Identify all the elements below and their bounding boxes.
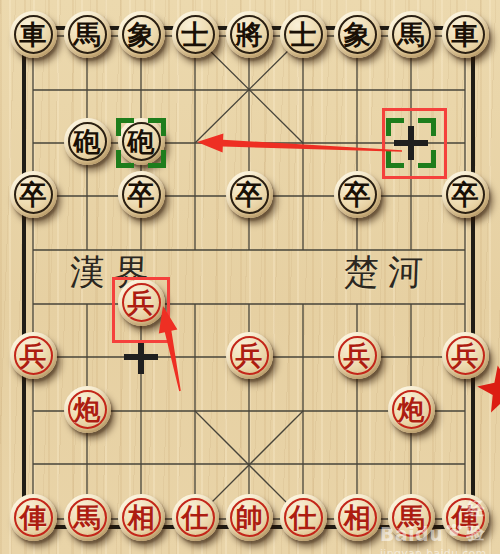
piece-glyph: 相 xyxy=(118,494,165,541)
piece-glyph: 士 xyxy=(280,11,327,58)
piece-black-卒[interactable]: 卒 xyxy=(226,171,273,218)
piece-glyph: 馬 xyxy=(388,11,435,58)
piece-ring xyxy=(68,15,107,54)
piece-ring xyxy=(392,15,431,54)
piece-ring xyxy=(122,498,161,537)
watermark-brand: Baidu xyxy=(380,523,443,545)
piece-glyph: 仕 xyxy=(172,494,219,541)
piece-black-士[interactable]: 士 xyxy=(172,11,219,58)
piece-ring xyxy=(392,498,431,537)
piece-glyph: 炮 xyxy=(64,386,111,433)
piece-black-卒[interactable]: 卒 xyxy=(10,171,57,218)
piece-black-象[interactable]: 象 xyxy=(334,11,381,58)
xiangqi-board[interactable]: 漢界 楚河 車馬象士將士象馬車砲砲卒卒卒卒卒兵兵兵兵兵炮炮俥馬相仕帥仕相馬俥 B… xyxy=(0,0,500,554)
piece-black-車[interactable]: 車 xyxy=(442,11,489,58)
piece-ring xyxy=(122,122,161,161)
piece-glyph: 象 xyxy=(118,11,165,58)
piece-red-相[interactable]: 相 xyxy=(118,494,165,541)
move-origin-cross-marker xyxy=(394,126,428,160)
piece-glyph: 兵 xyxy=(10,332,57,379)
piece-glyph: 炮 xyxy=(388,386,435,433)
piece-glyph: 卒 xyxy=(10,171,57,218)
piece-red-俥[interactable]: 俥 xyxy=(10,494,57,541)
piece-glyph: 卒 xyxy=(442,171,489,218)
annotation-red-rectangle xyxy=(382,108,447,179)
piece-ring xyxy=(230,498,269,537)
piece-ring xyxy=(14,15,53,54)
piece-glyph: 馬 xyxy=(64,11,111,58)
river-label-hanjie: 漢界 xyxy=(69,252,158,292)
piece-glyph: 馬 xyxy=(64,494,111,541)
piece-ring xyxy=(14,336,53,375)
piece-red-俥[interactable]: 俥 xyxy=(442,494,489,541)
piece-glyph: 仕 xyxy=(280,494,327,541)
piece-ring xyxy=(284,15,323,54)
last-move-green-bracket xyxy=(386,118,436,168)
piece-glyph: 帥 xyxy=(226,494,273,541)
piece-ring xyxy=(176,15,215,54)
move-origin-cross-marker xyxy=(124,340,158,374)
piece-black-車[interactable]: 車 xyxy=(10,11,57,58)
piece-glyph: 將 xyxy=(226,11,273,58)
piece-red-仕[interactable]: 仕 xyxy=(280,494,327,541)
piece-glyph: 兵 xyxy=(442,332,489,379)
piece-glyph: 象 xyxy=(334,11,381,58)
piece-ring xyxy=(230,336,269,375)
piece-ring xyxy=(284,498,323,537)
piece-ring xyxy=(230,175,269,214)
piece-red-相[interactable]: 相 xyxy=(334,494,381,541)
watermark: Baidu 经验 jingyan.baidu.com xyxy=(380,497,500,554)
piece-glyph: 車 xyxy=(442,11,489,58)
piece-ring xyxy=(230,15,269,54)
piece-ring xyxy=(446,15,485,54)
piece-black-馬[interactable]: 馬 xyxy=(64,11,111,58)
piece-black-砲[interactable]: 砲 xyxy=(64,118,111,165)
piece-red-仕[interactable]: 仕 xyxy=(172,494,219,541)
star-burst-annotation xyxy=(477,365,500,412)
piece-red-炮[interactable]: 炮 xyxy=(64,386,111,433)
piece-red-馬[interactable]: 馬 xyxy=(388,494,435,541)
piece-glyph: 砲 xyxy=(118,118,165,165)
watermark-url: jingyan.baidu.com xyxy=(380,547,500,554)
piece-black-象[interactable]: 象 xyxy=(118,11,165,58)
piece-glyph: 卒 xyxy=(226,171,273,218)
piece-glyph: 士 xyxy=(172,11,219,58)
piece-black-士[interactable]: 士 xyxy=(280,11,327,58)
piece-ring xyxy=(392,390,431,429)
piece-ring xyxy=(338,498,377,537)
paw-icon xyxy=(445,523,463,537)
piece-glyph: 卒 xyxy=(118,171,165,218)
piece-black-卒[interactable]: 卒 xyxy=(118,171,165,218)
piece-ring xyxy=(338,15,377,54)
piece-glyph: 兵 xyxy=(334,332,381,379)
piece-black-砲[interactable]: 砲 xyxy=(118,118,165,165)
piece-red-兵[interactable]: 兵 xyxy=(334,332,381,379)
move-arrow-annotation xyxy=(197,134,402,153)
last-move-green-bracket xyxy=(116,118,166,168)
piece-black-將[interactable]: 將 xyxy=(226,11,273,58)
piece-glyph: 馬 xyxy=(388,494,435,541)
piece-ring xyxy=(338,336,377,375)
piece-glyph: 兵 xyxy=(226,332,273,379)
piece-glyph: 車 xyxy=(10,11,57,58)
piece-red-兵[interactable]: 兵 xyxy=(442,332,489,379)
piece-glyph: 俥 xyxy=(442,494,489,541)
watermark-suffix: 经验 xyxy=(467,497,500,545)
piece-red-炮[interactable]: 炮 xyxy=(388,386,435,433)
piece-ring xyxy=(68,122,107,161)
piece-ring xyxy=(122,15,161,54)
piece-red-馬[interactable]: 馬 xyxy=(64,494,111,541)
piece-ring xyxy=(446,336,485,375)
piece-black-馬[interactable]: 馬 xyxy=(388,11,435,58)
piece-ring xyxy=(14,498,53,537)
piece-ring xyxy=(446,175,485,214)
river-label-chuhe: 楚河 xyxy=(343,252,432,292)
piece-black-卒[interactable]: 卒 xyxy=(442,171,489,218)
piece-red-兵[interactable]: 兵 xyxy=(10,332,57,379)
move-arrow-annotation xyxy=(159,306,181,391)
piece-red-帥[interactable]: 帥 xyxy=(226,494,273,541)
piece-ring xyxy=(68,498,107,537)
piece-black-卒[interactable]: 卒 xyxy=(334,171,381,218)
piece-ring xyxy=(14,175,53,214)
piece-ring xyxy=(446,498,485,537)
piece-glyph: 相 xyxy=(334,494,381,541)
piece-glyph: 俥 xyxy=(10,494,57,541)
piece-ring xyxy=(68,390,107,429)
piece-glyph: 砲 xyxy=(64,118,111,165)
piece-ring xyxy=(338,175,377,214)
piece-red-兵[interactable]: 兵 xyxy=(226,332,273,379)
piece-glyph: 卒 xyxy=(334,171,381,218)
piece-ring xyxy=(176,498,215,537)
piece-ring xyxy=(122,175,161,214)
